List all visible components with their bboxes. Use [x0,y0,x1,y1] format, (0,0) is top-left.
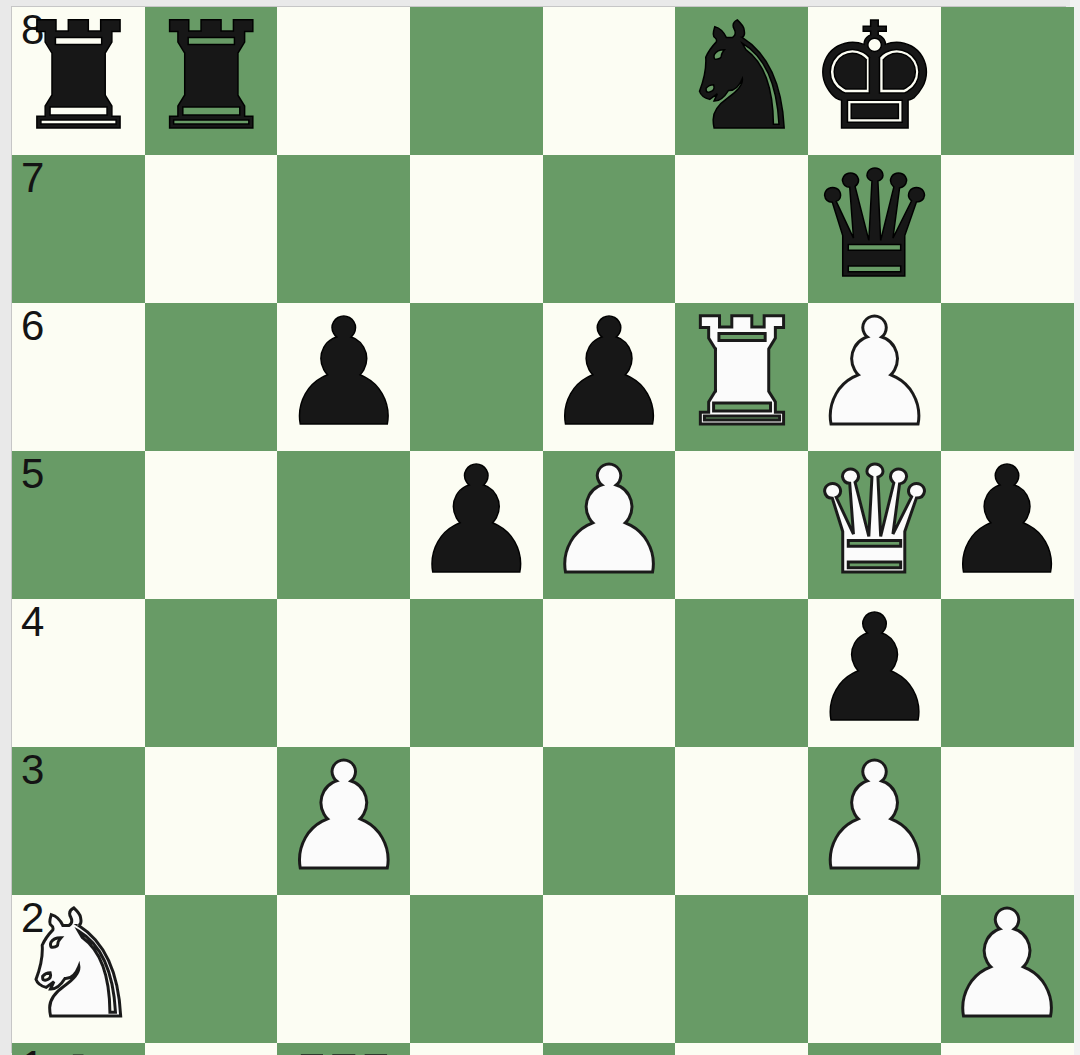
square-b1[interactable]: b [145,1043,278,1055]
white-pawn[interactable]: ♟︎ [277,743,410,891]
square-f6[interactable]: ♜︎ [675,303,808,451]
square-h2[interactable]: ♟︎ [941,895,1074,1043]
square-a3[interactable]: 3 [12,747,145,895]
square-a5[interactable]: 5 [12,451,145,599]
rank-label-3: 3 [21,748,44,792]
square-b6[interactable] [145,303,278,451]
square-b4[interactable] [145,599,278,747]
square-e3[interactable] [543,747,676,895]
square-f4[interactable] [675,599,808,747]
square-f5[interactable] [675,451,808,599]
square-c7[interactable] [277,155,410,303]
square-e7[interactable] [543,155,676,303]
square-b8[interactable]: ♜︎ [145,7,278,155]
black-pawn[interactable]: ♟︎ [941,447,1074,595]
black-rook[interactable]: ♜︎ [145,3,278,151]
rank-label-4: 4 [21,600,44,644]
square-c5[interactable] [277,451,410,599]
square-g2[interactable] [808,895,941,1043]
square-h1[interactable]: h [941,1043,1074,1055]
rank-label-7: 7 [21,156,44,200]
square-b5[interactable] [145,451,278,599]
square-a1[interactable]: 1a♚︎ [12,1043,145,1055]
black-pawn[interactable]: ♟︎ [543,299,676,447]
black-pawn[interactable]: ♟︎ [410,447,543,595]
square-d8[interactable] [410,7,543,155]
black-knight[interactable]: ♞︎ [675,3,808,151]
square-h6[interactable] [941,303,1074,451]
square-c6[interactable]: ♟︎ [277,303,410,451]
square-c3[interactable]: ♟︎ [277,747,410,895]
black-pawn[interactable]: ♟︎ [277,299,410,447]
square-c1[interactable]: c♜︎ [277,1043,410,1055]
square-g4[interactable]: ♟︎ [808,599,941,747]
square-h8[interactable] [941,7,1074,155]
square-f1[interactable]: f [675,1043,808,1055]
black-pawn[interactable]: ♟︎ [808,595,941,743]
chess-board[interactable]: 8♜︎♜︎♞︎♚︎7♛︎6♟︎♟︎♜︎♟︎5♟︎♟︎♛︎♟︎4♟︎3♟︎♟︎2♞… [12,7,1065,1052]
black-rook[interactable]: ♜︎ [12,3,145,151]
square-a7[interactable]: 7 [12,155,145,303]
square-a4[interactable]: 4 [12,599,145,747]
square-g1[interactable]: g [808,1043,941,1055]
square-b2[interactable] [145,895,278,1043]
square-f8[interactable]: ♞︎ [675,7,808,155]
white-rook[interactable]: ♜︎ [277,1039,410,1055]
white-knight[interactable]: ♞︎ [12,891,145,1039]
square-c2[interactable] [277,895,410,1043]
square-d1[interactable]: d [410,1043,543,1055]
black-king[interactable]: ♚︎ [808,3,941,151]
square-a8[interactable]: 8♜︎ [12,7,145,155]
white-queen[interactable]: ♛︎ [808,447,941,595]
square-g8[interactable]: ♚︎ [808,7,941,155]
square-h4[interactable] [941,599,1074,747]
square-b3[interactable] [145,747,278,895]
square-c8[interactable] [277,7,410,155]
square-g5[interactable]: ♛︎ [808,451,941,599]
square-g3[interactable]: ♟︎ [808,747,941,895]
square-g6[interactable]: ♟︎ [808,303,941,451]
square-h7[interactable] [941,155,1074,303]
square-f7[interactable] [675,155,808,303]
square-d7[interactable] [410,155,543,303]
square-e2[interactable] [543,895,676,1043]
square-f2[interactable] [675,895,808,1043]
square-e5[interactable]: ♟︎ [543,451,676,599]
white-rook[interactable]: ♜︎ [675,299,808,447]
black-queen[interactable]: ♛︎ [808,151,941,299]
square-d3[interactable] [410,747,543,895]
square-f3[interactable] [675,747,808,895]
square-e1[interactable]: e [543,1043,676,1055]
square-e4[interactable] [543,599,676,747]
square-d2[interactable] [410,895,543,1043]
square-d4[interactable] [410,599,543,747]
square-a2[interactable]: 2♞︎ [12,895,145,1043]
square-b7[interactable] [145,155,278,303]
square-e6[interactable]: ♟︎ [543,303,676,451]
square-e8[interactable] [543,7,676,155]
white-pawn[interactable]: ♟︎ [808,299,941,447]
rank-label-6: 6 [21,304,44,348]
square-g7[interactable]: ♛︎ [808,155,941,303]
white-pawn[interactable]: ♟︎ [808,743,941,891]
rank-label-5: 5 [21,452,44,496]
square-c4[interactable] [277,599,410,747]
white-king[interactable]: ♚︎ [12,1039,145,1055]
square-h3[interactable] [941,747,1074,895]
square-d5[interactable]: ♟︎ [410,451,543,599]
white-pawn[interactable]: ♟︎ [941,891,1074,1039]
square-d6[interactable] [410,303,543,451]
white-pawn[interactable]: ♟︎ [543,447,676,595]
square-h5[interactable]: ♟︎ [941,451,1074,599]
square-a6[interactable]: 6 [12,303,145,451]
